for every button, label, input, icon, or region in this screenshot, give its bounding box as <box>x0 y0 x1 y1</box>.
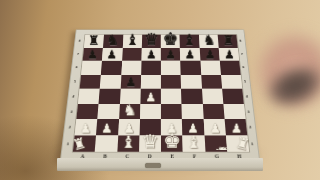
piece-black-pawn-c5: ♟ <box>120 76 140 88</box>
square-g8: ♞ <box>199 35 219 48</box>
chess-board: ♜♞♝♛♚♝♞♜♟♟♟♟♟♟♟♟♟♞♟♟♟♟♟♟♟♜♝♛♚♝♞♜ <box>72 34 250 152</box>
square-b6 <box>101 61 122 75</box>
piece-black-pawn-b7: ♟ <box>102 49 122 60</box>
rank-label-left-2: 2 <box>64 119 75 135</box>
square-b1 <box>95 135 118 152</box>
piece-white-pawn-b2: ♟ <box>96 122 118 135</box>
board-clasp <box>145 163 161 168</box>
piece-black-queen-d8: ♛ <box>142 31 161 47</box>
piece-white-pawn-e2: ♟ <box>161 122 183 135</box>
piece-black-knight-g8: ♞ <box>199 33 218 47</box>
square-d2 <box>139 119 161 135</box>
square-e5 <box>161 75 181 89</box>
square-b3 <box>98 104 120 119</box>
piece-white-pawn-d4: ♟ <box>140 91 161 103</box>
piece-black-pawn-e7: ♟ <box>161 49 181 60</box>
piece-white-pawn-f2: ♟ <box>182 122 204 135</box>
square-b7: ♟ <box>102 48 122 61</box>
square-c1: ♝ <box>117 135 139 152</box>
square-g7: ♟ <box>199 48 219 61</box>
square-e7: ♟ <box>161 48 181 61</box>
piece-black-pawn-f7: ♟ <box>180 49 200 60</box>
piece-white-pawn-h2: ♟ <box>226 122 248 135</box>
square-c7 <box>122 48 142 61</box>
square-h4 <box>222 89 244 104</box>
piece-black-pawn-d7: ♟ <box>141 49 161 60</box>
rank-label-left-1: 1 <box>62 136 74 153</box>
rank-label-left-8: 8 <box>75 34 85 47</box>
square-g3 <box>202 104 224 119</box>
square-e3 <box>161 104 182 119</box>
rank-label-right-5: 5 <box>240 74 251 88</box>
square-g1: ♞ <box>204 135 227 152</box>
square-f3 <box>182 104 204 119</box>
square-g4 <box>202 89 224 104</box>
square-e6 <box>161 61 181 75</box>
piece-white-pawn-a2: ♟ <box>75 122 97 135</box>
piece-black-knight-b8: ♞ <box>103 33 122 47</box>
square-c8: ♝ <box>122 35 142 48</box>
square-e1: ♚ <box>161 135 183 152</box>
square-h5 <box>221 75 242 89</box>
square-a4 <box>78 89 100 104</box>
rank-label-left-6: 6 <box>71 60 81 74</box>
square-f4 <box>181 89 202 104</box>
rank-label-right-3: 3 <box>243 104 254 120</box>
square-f7: ♟ <box>180 48 200 61</box>
square-e2: ♟ <box>161 119 183 135</box>
piece-black-pawn-g7: ♟ <box>200 49 220 60</box>
square-b5 <box>100 75 121 89</box>
square-d8: ♛ <box>142 35 161 48</box>
square-f6 <box>180 61 200 75</box>
piece-white-knight-c3: ♞ <box>119 103 140 118</box>
square-e4 <box>161 89 182 104</box>
board-front-edge <box>57 158 263 171</box>
piece-white-queen-d1: ♛ <box>139 132 161 151</box>
square-d3 <box>140 104 161 119</box>
square-h3 <box>223 104 245 119</box>
square-d1: ♛ <box>139 135 161 152</box>
square-f1: ♝ <box>183 135 205 152</box>
piece-black-bishop-c8: ♝ <box>123 32 142 47</box>
piece-white-bishop-c1: ♝ <box>117 134 139 151</box>
square-c5: ♟ <box>120 75 141 89</box>
piece-black-rook-a8: ♜ <box>84 34 103 47</box>
square-f8: ♝ <box>180 35 200 48</box>
square-a1: ♜ <box>73 135 96 152</box>
square-b2: ♟ <box>96 119 118 135</box>
board-wooden-border: ♜♞♝♛♚♝♞♜♟♟♟♟♟♟♟♟♟♞♟♟♟♟♟♟♟♜♝♛♚♝♞♜ ABCDEFG… <box>60 29 260 160</box>
video-frame: ♜♞♝♛♚♝♞♜♟♟♟♟♟♟♟♟♟♞♟♟♟♟♟♟♟♜♝♛♚♝♞♜ ABCDEFG… <box>0 0 320 180</box>
square-d4: ♟ <box>140 89 161 104</box>
piece-white-king-e1: ♚ <box>161 131 183 151</box>
square-a6 <box>81 61 102 75</box>
square-a5 <box>80 75 101 89</box>
square-h6 <box>220 61 241 75</box>
square-h8: ♜ <box>217 35 237 48</box>
square-a8: ♜ <box>84 35 104 48</box>
square-a2: ♟ <box>75 119 98 135</box>
rank-label-left-3: 3 <box>66 104 77 120</box>
square-g5 <box>201 75 222 89</box>
square-d6 <box>141 61 161 75</box>
square-g6 <box>200 61 221 75</box>
square-b8: ♞ <box>103 35 123 48</box>
square-c2: ♟ <box>118 119 140 135</box>
piece-black-pawn-h7: ♟ <box>219 49 239 60</box>
square-g2: ♟ <box>203 119 225 135</box>
piece-black-bishop-f8: ♝ <box>180 32 199 47</box>
square-f5 <box>181 75 202 89</box>
square-f2: ♟ <box>182 119 204 135</box>
square-c4 <box>119 89 140 104</box>
rank-label-left-5: 5 <box>70 74 81 88</box>
piece-black-pawn-a7: ♟ <box>83 49 103 60</box>
rank-label-left-4: 4 <box>68 89 79 104</box>
square-c3: ♞ <box>119 104 141 119</box>
chess-board-scene: ♜♞♝♛♚♝♞♜♟♟♟♟♟♟♟♟♟♞♟♟♟♟♟♟♟♜♝♛♚♝♞♜ ABCDEFG… <box>60 29 260 160</box>
square-c6 <box>121 61 141 75</box>
piece-black-king-e8: ♚ <box>161 30 180 47</box>
square-d5 <box>141 75 161 89</box>
piece-white-bishop-f1: ♝ <box>183 134 205 151</box>
square-h1: ♜ <box>226 135 249 152</box>
square-e8: ♚ <box>161 35 180 48</box>
rank-label-left-7: 7 <box>73 47 83 60</box>
square-d7: ♟ <box>141 48 161 61</box>
square-a7: ♟ <box>83 48 104 61</box>
piece-white-pawn-g2: ♟ <box>204 122 226 135</box>
piece-white-pawn-c2: ♟ <box>118 122 140 135</box>
square-b4 <box>99 89 121 104</box>
square-a3 <box>76 104 98 119</box>
square-h7: ♟ <box>219 48 240 61</box>
